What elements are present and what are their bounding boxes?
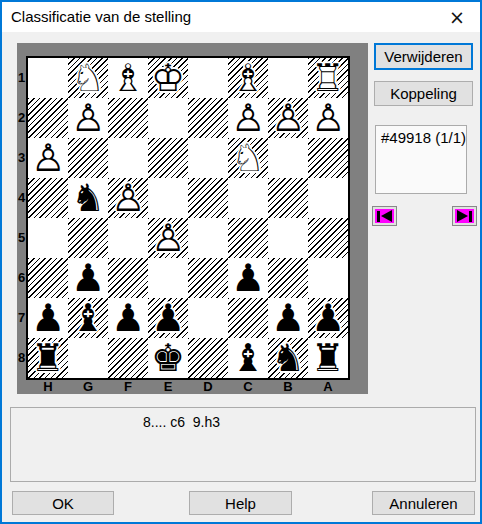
square-h6	[28, 258, 68, 298]
moves-caption: 8.... c6 9.h3	[143, 414, 220, 430]
chess-board: ♞♘♝♗♚♔♝♗♜♖♟♙♟♙♟♙♟♙♟♙♞♘♞♟♙♟♙♟♟♟♝♟♟♟♟♜♚♝♞♜	[26, 56, 350, 380]
file-label-f: F	[108, 380, 148, 394]
black-pawn-piece: ♟	[148, 298, 188, 338]
white-bishop-piece: ♝♗	[108, 58, 148, 98]
square-g1: ♞♘	[68, 58, 108, 98]
square-h4	[28, 178, 68, 218]
rank-label-8: 8	[17, 338, 26, 378]
white-knight-piece: ♞♘	[68, 58, 108, 98]
square-h1	[28, 58, 68, 98]
square-f7: ♟	[108, 298, 148, 338]
file-label-g: G	[68, 380, 108, 394]
verwijderen-button[interactable]: Verwijderen	[374, 43, 473, 70]
white-pawn-piece: ♟♙	[228, 98, 268, 138]
file-label-h: H	[28, 380, 68, 394]
square-c3: ♞♘	[228, 138, 268, 178]
square-h7: ♟	[28, 298, 68, 338]
black-pawn-piece: ♟	[68, 258, 108, 298]
board-frame: 12345678 ♞♘♝♗♚♔♝♗♜♖♟♙♟♙♟♙♟♙♟♙♞♘♞♟♙♟♙♟♟♟♝…	[17, 43, 368, 394]
white-pawn-piece: ♟♙	[108, 178, 148, 218]
square-g3	[68, 138, 108, 178]
black-king-piece: ♚	[148, 338, 188, 378]
square-e2	[148, 98, 188, 138]
square-b3	[268, 138, 308, 178]
white-pawn-piece: ♟♙	[28, 138, 68, 178]
square-d3	[188, 138, 228, 178]
square-c5	[228, 218, 268, 258]
white-pawn-piece: ♟♙	[268, 98, 308, 138]
black-bishop-piece: ♝	[68, 298, 108, 338]
black-rook-piece: ♜	[28, 338, 68, 378]
skip-previous-icon	[375, 209, 394, 223]
square-f4: ♟♙	[108, 178, 148, 218]
ok-button[interactable]: OK	[12, 491, 114, 515]
close-icon: ×	[449, 6, 465, 28]
square-a6	[308, 258, 348, 298]
rank-label-6: 6	[17, 258, 26, 298]
black-knight-piece: ♞	[268, 338, 308, 378]
square-d6	[188, 258, 228, 298]
file-labels: HGFEDCBA	[28, 380, 348, 394]
black-pawn-piece: ♟	[108, 298, 148, 338]
square-f6	[108, 258, 148, 298]
black-knight-piece: ♞	[68, 178, 108, 218]
square-b2: ♟♙	[268, 98, 308, 138]
help-button[interactable]: Help	[189, 491, 292, 515]
file-label-a: A	[308, 380, 348, 394]
square-b4	[268, 178, 308, 218]
square-a5	[308, 218, 348, 258]
square-b6	[268, 258, 308, 298]
square-f3	[108, 138, 148, 178]
square-d5	[188, 218, 228, 258]
square-c8: ♝	[228, 338, 268, 378]
file-label-e: E	[148, 380, 188, 394]
square-h8: ♜	[28, 338, 68, 378]
square-d2	[188, 98, 228, 138]
white-king-piece: ♚♔	[148, 58, 188, 98]
classification-counter: #49918 (1/1)	[381, 129, 466, 146]
square-b7: ♟	[268, 298, 308, 338]
square-c4	[228, 178, 268, 218]
white-knight-piece: ♞♘	[228, 138, 268, 178]
square-c7	[228, 298, 268, 338]
black-pawn-piece: ♟	[308, 298, 348, 338]
black-rook-piece: ♜	[308, 338, 348, 378]
file-label-d: D	[188, 380, 228, 394]
square-e4	[148, 178, 188, 218]
square-h3: ♟♙	[28, 138, 68, 178]
square-c6: ♟	[228, 258, 268, 298]
square-a1: ♜♖	[308, 58, 348, 98]
annuleren-button[interactable]: Annuleren	[372, 491, 475, 515]
square-d1	[188, 58, 228, 98]
square-d8	[188, 338, 228, 378]
window-title: Classificatie van de stelling	[11, 2, 191, 32]
square-d4	[188, 178, 228, 218]
square-g7: ♝	[68, 298, 108, 338]
square-f2	[108, 98, 148, 138]
square-g8	[68, 338, 108, 378]
close-button[interactable]: ×	[442, 2, 472, 32]
rank-label-5: 5	[17, 218, 26, 258]
square-a2: ♟♙	[308, 98, 348, 138]
square-e8: ♚	[148, 338, 188, 378]
square-e3	[148, 138, 188, 178]
file-label-c: C	[228, 380, 268, 394]
classification-list[interactable]: #49918 (1/1)	[375, 125, 467, 194]
white-rook-piece: ♜♖	[308, 58, 348, 98]
rank-label-3: 3	[17, 138, 26, 178]
square-b1	[268, 58, 308, 98]
square-h2	[28, 98, 68, 138]
square-e1: ♚♔	[148, 58, 188, 98]
white-pawn-piece: ♟♙	[308, 98, 348, 138]
moves-box: 8.... c6 9.h3	[10, 407, 476, 482]
square-a7: ♟	[308, 298, 348, 338]
rank-label-4: 4	[17, 178, 26, 218]
square-a3	[308, 138, 348, 178]
titlebar: Classificatie van de stelling ×	[2, 2, 480, 32]
square-g4: ♞	[68, 178, 108, 218]
white-bishop-piece: ♝♗	[228, 58, 268, 98]
black-pawn-piece: ♟	[228, 258, 268, 298]
black-pawn-piece: ♟	[28, 298, 68, 338]
square-d7	[188, 298, 228, 338]
square-f8	[108, 338, 148, 378]
prev-button[interactable]	[372, 206, 397, 226]
square-c1: ♝♗	[228, 58, 268, 98]
square-b8: ♞	[268, 338, 308, 378]
rank-labels: 12345678	[17, 58, 26, 378]
square-a4	[308, 178, 348, 218]
square-f5	[108, 218, 148, 258]
black-pawn-piece: ♟	[268, 298, 308, 338]
rank-label-2: 2	[17, 98, 26, 138]
square-g5	[68, 218, 108, 258]
black-bishop-piece: ♝	[228, 338, 268, 378]
square-e5: ♟♙	[148, 218, 188, 258]
skip-next-icon	[455, 209, 474, 223]
square-h5	[28, 218, 68, 258]
file-label-b: B	[268, 380, 308, 394]
square-g6: ♟	[68, 258, 108, 298]
square-a8: ♜	[308, 338, 348, 378]
white-pawn-piece: ♟♙	[148, 218, 188, 258]
square-g2: ♟♙	[68, 98, 108, 138]
rank-label-1: 1	[17, 58, 26, 98]
square-c2: ♟♙	[228, 98, 268, 138]
next-button[interactable]	[452, 206, 477, 226]
koppeling-button[interactable]: Koppeling	[374, 81, 473, 106]
dialog-window: Classificatie van de stelling × 12345678…	[0, 0, 482, 524]
square-f1: ♝♗	[108, 58, 148, 98]
white-pawn-piece: ♟♙	[68, 98, 108, 138]
rank-label-7: 7	[17, 298, 26, 338]
square-e7: ♟	[148, 298, 188, 338]
square-e6	[148, 258, 188, 298]
square-b5	[268, 218, 308, 258]
